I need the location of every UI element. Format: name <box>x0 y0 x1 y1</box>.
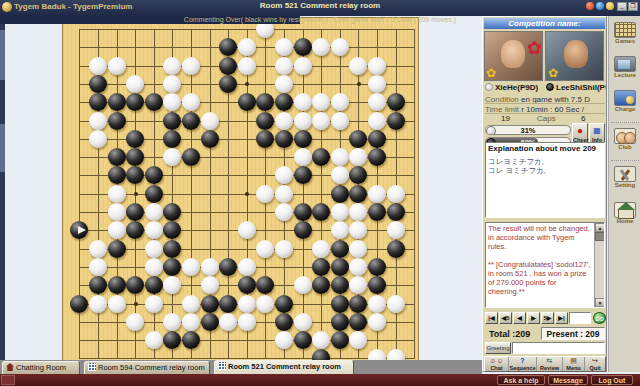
lamp-icon[interactable] <box>606 2 614 10</box>
white-stone <box>163 57 181 75</box>
black-stone <box>89 276 107 294</box>
black-stone <box>182 331 200 349</box>
divider <box>611 122 639 123</box>
move-count-row: Total :209 Present : 209 <box>485 327 605 340</box>
black-stone <box>312 276 330 294</box>
time-limit-value: r 10min : 60 Sec / <box>521 105 584 114</box>
yellow-flower-icon: ✿ <box>548 67 558 79</box>
white-stone <box>294 57 312 75</box>
black-stone <box>163 240 181 258</box>
app-logo-icon <box>2 2 12 12</box>
black-stone <box>294 331 312 349</box>
divider <box>611 160 639 161</box>
white-stone <box>294 148 312 166</box>
white-stone <box>256 295 274 313</box>
info-icon: ▦ <box>590 124 604 137</box>
black-stone <box>275 130 293 148</box>
white-stone <box>89 258 107 276</box>
white-stone <box>182 295 200 313</box>
white-stone <box>238 221 256 239</box>
black-stone <box>219 75 237 93</box>
black-stone <box>312 258 330 276</box>
white-stone <box>331 93 349 111</box>
white-stone <box>238 295 256 313</box>
captures-label: Caps <box>537 114 556 123</box>
white-stone <box>387 221 405 239</box>
go-board[interactable] <box>62 17 419 364</box>
globe-icon[interactable] <box>596 2 604 10</box>
sequence-button[interactable]: ? Sequence <box>509 357 537 371</box>
white-stone <box>163 148 181 166</box>
black-stone <box>387 93 405 111</box>
sidebar-item-home[interactable]: Home <box>612 202 638 225</box>
black-stone <box>294 166 312 184</box>
black-player-face <box>564 40 588 68</box>
black-player-name: LeeShiShil(P9D) <box>556 83 606 92</box>
white-stone <box>256 185 274 203</box>
white-player-name: XieHe(P9D) <box>495 83 538 92</box>
black-stone <box>238 93 256 111</box>
black-stone <box>145 166 163 184</box>
black-stone <box>163 112 181 130</box>
white-stone <box>182 313 200 331</box>
white-stone <box>238 57 256 75</box>
scrollbar-thumb[interactable] <box>595 232 605 241</box>
ask-help-button[interactable]: Ask a help <box>497 375 545 385</box>
star-point <box>134 192 138 196</box>
black-stone <box>201 295 219 313</box>
white-stone <box>182 258 200 276</box>
black-player-photo: ✿ <box>545 31 604 81</box>
black-stone <box>294 203 312 221</box>
white-stone <box>108 57 126 75</box>
black-stone <box>89 75 107 93</box>
result-message-text: The result will not be changed, in accor… <box>488 224 592 296</box>
white-stone <box>368 75 386 93</box>
nav-back-button[interactable]: ◀ <box>513 312 526 324</box>
white-stone <box>349 258 367 276</box>
nav-forward5-button[interactable]: 5▶ <box>541 312 554 324</box>
black-stone <box>70 221 88 239</box>
white-stone <box>275 331 293 349</box>
white-stone <box>275 166 293 184</box>
white-stone <box>349 221 367 239</box>
setting-tools-icon <box>614 166 636 182</box>
arrows-icon: ⇆ <box>537 357 562 365</box>
white-stone <box>294 112 312 130</box>
tab-chatting-room[interactable]: Chatting Room <box>2 361 80 374</box>
white-stone <box>275 185 293 203</box>
white-stone <box>108 185 126 203</box>
tygem-client-window: Tygem Baduk - TygemPremium Room 521 Comm… <box>0 0 640 386</box>
black-stone <box>89 93 107 111</box>
black-stone <box>126 93 144 111</box>
white-stone <box>108 295 126 313</box>
title-bar: Tygem Baduk - TygemPremium Room 521 Comm… <box>0 0 640 16</box>
side-icon-column: Games Lecture Charge Club Setting Home <box>608 16 640 372</box>
captures-row: 19 Caps 6 <box>485 114 605 123</box>
black-stone <box>349 185 367 203</box>
white-stone <box>108 221 126 239</box>
nav-first-button[interactable]: |◀ <box>485 312 498 324</box>
white-stone <box>145 203 163 221</box>
sidebar-item-setting[interactable]: Setting <box>612 166 638 189</box>
time-limit-row: Time limit r 10min : 60 Sec / <box>485 105 605 114</box>
board-tab-icon <box>88 363 96 371</box>
white-stone <box>182 57 200 75</box>
black-stone <box>368 258 386 276</box>
black-stone <box>163 130 181 148</box>
black-stone <box>294 130 312 148</box>
white-winrate-pct: 31% <box>486 126 570 135</box>
white-stone <box>145 240 163 258</box>
black-stone <box>201 313 219 331</box>
minimize-button[interactable]: _ <box>617 2 627 11</box>
black-stone <box>256 130 274 148</box>
white-captures-count: 19 <box>501 114 510 123</box>
rose-icon: ✿ <box>527 42 542 54</box>
white-stone <box>312 93 330 111</box>
star-point <box>245 192 249 196</box>
white-stone <box>238 38 256 56</box>
logout-button[interactable]: Log Out <box>591 375 633 385</box>
home-house-icon <box>614 202 636 218</box>
black-stone <box>331 313 349 331</box>
tab-room-521[interactable]: Room 521 Comment relay room <box>214 360 354 374</box>
total-moves-label: Total :209 <box>489 329 530 339</box>
nav-back5-button[interactable]: ◀5 <box>499 312 512 324</box>
white-winrate-slider[interactable]: 31% <box>485 125 571 135</box>
black-stone <box>126 276 144 294</box>
sidebar-item-club[interactable]: Club <box>612 128 638 151</box>
black-stone <box>126 221 144 239</box>
white-stone <box>163 313 181 331</box>
black-stone <box>182 148 200 166</box>
message-button[interactable]: Message <box>548 375 588 385</box>
white-stone <box>201 112 219 130</box>
white-stone <box>331 221 349 239</box>
room-title: Room 521 Comment relay room <box>260 1 380 10</box>
black-stone <box>219 258 237 276</box>
footer-corner-icon[interactable] <box>1 375 15 385</box>
white-stone <box>126 313 144 331</box>
exit-icon: ↪ <box>585 357 605 365</box>
white-stone <box>368 112 386 130</box>
white-stone <box>312 331 330 349</box>
white-stone <box>89 240 107 258</box>
nav-forward-button[interactable]: ▶ <box>527 312 540 324</box>
black-stone <box>256 276 274 294</box>
white-stone <box>349 203 367 221</box>
black-stone <box>312 203 330 221</box>
explanation-text: コレヨミチフカ, コレ ヨミチフカ, <box>488 157 602 175</box>
white-stone <box>275 240 293 258</box>
greeting-row: Greeting <box>485 342 605 354</box>
explanation-title: Explanation about move 209 <box>488 144 602 153</box>
strip-segment <box>0 30 5 80</box>
black-stone <box>108 112 126 130</box>
white-stone <box>163 276 181 294</box>
move-navigation: |◀ ◀5 ◀ ▶ 5▶ ▶| GO <box>485 312 605 324</box>
black-player-name-row: LeeShiShil(P9D) <box>546 83 606 93</box>
white-stone <box>312 38 330 56</box>
white-stone <box>238 313 256 331</box>
footer-bar: Ask a help Message Log Out <box>0 374 640 386</box>
white-stone <box>331 112 349 130</box>
black-stone <box>294 221 312 239</box>
grid-line <box>303 29 304 359</box>
white-stone <box>108 203 126 221</box>
black-stone <box>219 38 237 56</box>
white-slider-knob[interactable] <box>486 126 496 135</box>
black-stone <box>163 221 181 239</box>
white-stone-icon <box>485 83 493 91</box>
scroll-down-icon[interactable]: ▼ <box>595 298 605 307</box>
black-stone <box>349 295 367 313</box>
white-stone <box>275 75 293 93</box>
book-icon: ▤ <box>563 357 584 365</box>
review-button[interactable]: ⇆ Review <box>537 357 563 371</box>
star-point <box>357 82 361 86</box>
result-scrollbar[interactable]: ▲ ▼ <box>594 223 604 307</box>
white-stone <box>349 148 367 166</box>
greeting-button[interactable]: Greeting <box>485 342 511 354</box>
white-stone <box>219 313 237 331</box>
palette-icon[interactable] <box>586 2 594 10</box>
white-stone <box>331 148 349 166</box>
black-stone <box>108 166 126 184</box>
home-tab-icon <box>6 363 14 371</box>
black-stone <box>126 148 144 166</box>
white-stone <box>368 185 386 203</box>
grid-line <box>414 29 415 359</box>
black-stone <box>145 185 163 203</box>
star-point <box>134 302 138 306</box>
black-stone <box>368 203 386 221</box>
black-stone <box>108 276 126 294</box>
chat-input[interactable] <box>512 342 605 354</box>
strip-segment <box>0 124 5 172</box>
info-panel: Competition name: ✿ ✿ ✿ XieHe(P9D) LeeSh… <box>482 16 607 372</box>
white-stone <box>312 112 330 130</box>
black-stone-icon <box>546 83 554 91</box>
go-button[interactable]: GO <box>593 312 606 324</box>
black-stone <box>126 166 144 184</box>
sidebar-item-lecture[interactable]: Lecture <box>612 56 638 79</box>
white-stone <box>331 203 349 221</box>
quit-button[interactable]: ↪ Quit <box>585 357 605 371</box>
white-stone <box>145 221 163 239</box>
board-tab-icon <box>218 362 226 370</box>
black-stone <box>331 276 349 294</box>
restore-button[interactable]: ❐ <box>628 2 638 11</box>
white-stone <box>163 93 181 111</box>
white-stone <box>89 295 107 313</box>
black-stone <box>145 93 163 111</box>
white-stone <box>89 130 107 148</box>
black-stone <box>275 313 293 331</box>
black-stone <box>312 148 330 166</box>
white-stone <box>349 240 367 258</box>
black-stone <box>331 331 349 349</box>
black-stone <box>256 93 274 111</box>
competition-header[interactable]: Competition name: <box>484 18 605 29</box>
white-stone <box>89 57 107 75</box>
white-stone <box>201 276 219 294</box>
white-stone <box>182 93 200 111</box>
black-stone <box>387 240 405 258</box>
black-stone <box>368 148 386 166</box>
move-number-input[interactable] <box>569 312 591 324</box>
black-stone <box>349 166 367 184</box>
white-stone <box>294 313 312 331</box>
black-stone <box>256 112 274 130</box>
black-stone <box>163 331 181 349</box>
white-player-face <box>501 40 525 68</box>
white-stone <box>126 75 144 93</box>
black-stone <box>387 112 405 130</box>
time-limit-label: Time limit <box>485 105 519 114</box>
nav-last-button[interactable]: ▶| <box>555 312 568 324</box>
white-stone <box>275 112 293 130</box>
white-player-photo: ✿ ✿ <box>484 31 543 81</box>
black-stone <box>145 276 163 294</box>
white-stone <box>387 295 405 313</box>
black-stone <box>108 93 126 111</box>
black-stone <box>126 203 144 221</box>
black-stone <box>163 258 181 276</box>
condition-label: Condition <box>485 95 519 104</box>
black-captures-count: 6 <box>581 114 585 123</box>
black-stone <box>126 130 144 148</box>
white-player-name-row: XieHe(P9D) <box>485 83 544 93</box>
white-stone <box>349 276 367 294</box>
white-stone <box>201 258 219 276</box>
black-stone <box>294 38 312 56</box>
black-stone <box>238 276 256 294</box>
present-move-box: Present : 209 <box>541 327 605 340</box>
explanation-box[interactable]: Explanation about move 209 コレヨミチフカ, コレ ヨ… <box>485 142 605 218</box>
white-stone <box>145 331 163 349</box>
sidebar-item-games[interactable]: Games <box>612 22 638 45</box>
black-stone <box>163 203 181 221</box>
black-stone <box>387 203 405 221</box>
tab-strip: Chatting Room Room 594 Comment relay roo… <box>0 360 482 374</box>
white-stone <box>294 93 312 111</box>
black-stone <box>201 130 219 148</box>
charge-coin-icon <box>614 90 636 106</box>
condition-row: Condition en game with 7.5 D <box>485 95 605 104</box>
black-stone <box>108 148 126 166</box>
black-stone <box>219 57 237 75</box>
black-stone <box>108 240 126 258</box>
window-title: Tygem Baduk - TygemPremium <box>14 2 132 11</box>
last-move-marker <box>78 226 86 234</box>
lecture-tv-icon <box>614 56 636 72</box>
cheer-ball-icon: ● <box>573 124 587 137</box>
white-stone <box>145 258 163 276</box>
panel-button-bar: ☺☺ Chat ? Sequence ⇆ Review ▤ Menu ↪ Qui… <box>484 356 606 372</box>
white-stone <box>368 313 386 331</box>
game-status-line: Commenting Over( black wins by resignati… <box>184 16 456 23</box>
black-stone <box>349 130 367 148</box>
white-stone <box>275 38 293 56</box>
scroll-up-icon[interactable]: ▲ <box>595 223 605 232</box>
club-faces-icon <box>614 128 636 144</box>
white-stone <box>349 57 367 75</box>
white-stone <box>275 203 293 221</box>
black-stone <box>219 295 237 313</box>
yellow-flower-icon: ✿ <box>486 67 496 79</box>
white-stone <box>89 112 107 130</box>
white-stone <box>368 93 386 111</box>
tab-room-594[interactable]: Room 594 Comment relay room <box>84 361 210 374</box>
black-stone <box>331 258 349 276</box>
condition-value: en game with 7.5 D <box>521 95 590 104</box>
white-stone <box>275 57 293 75</box>
black-stone <box>70 295 88 313</box>
white-stone <box>238 258 256 276</box>
white-stone <box>312 240 330 258</box>
chat-button[interactable]: ☺☺ Chat <box>485 357 509 371</box>
black-stone <box>368 276 386 294</box>
white-stone <box>256 240 274 258</box>
black-stone <box>331 240 349 258</box>
games-board-icon <box>614 22 636 38</box>
result-message-box[interactable]: The result will not be changed, in accor… <box>485 222 605 308</box>
grid-line <box>321 29 322 359</box>
white-stone <box>331 166 349 184</box>
black-stone <box>275 295 293 313</box>
star-point <box>245 82 249 86</box>
black-stone <box>331 185 349 203</box>
white-stone <box>368 57 386 75</box>
sidebar-item-charge[interactable]: Charge <box>612 90 638 113</box>
white-stone <box>145 295 163 313</box>
black-stone <box>331 295 349 313</box>
black-stone <box>368 130 386 148</box>
white-stone <box>368 295 386 313</box>
left-scroll-strip[interactable] <box>0 16 5 372</box>
white-stone <box>331 38 349 56</box>
chat-faces-icon: ☺☺ <box>485 357 508 365</box>
white-stone <box>387 185 405 203</box>
black-stone <box>349 313 367 331</box>
black-stone <box>275 93 293 111</box>
black-stone <box>182 112 200 130</box>
white-stone <box>294 276 312 294</box>
white-stone <box>163 75 181 93</box>
menu-button[interactable]: ▤ Menu <box>563 357 585 371</box>
white-stone <box>349 331 367 349</box>
question-icon: ? <box>509 357 536 365</box>
